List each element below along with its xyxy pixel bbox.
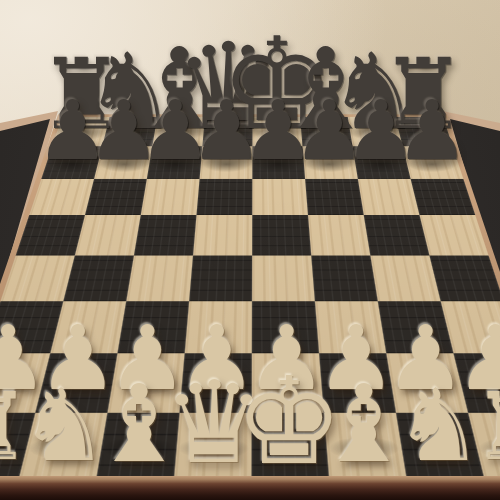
square-c5[interactable] bbox=[134, 215, 197, 256]
square-e6[interactable] bbox=[252, 179, 308, 215]
square-d5[interactable] bbox=[193, 215, 252, 256]
square-f4[interactable] bbox=[311, 256, 378, 302]
square-h6[interactable] bbox=[411, 179, 476, 215]
square-d6[interactable] bbox=[196, 179, 252, 215]
square-c6[interactable] bbox=[141, 179, 200, 215]
square-h4[interactable] bbox=[429, 256, 500, 302]
square-g5[interactable] bbox=[364, 215, 430, 256]
square-b4[interactable] bbox=[63, 256, 134, 302]
square-e5[interactable] bbox=[252, 215, 311, 256]
square-b5[interactable] bbox=[75, 215, 141, 256]
piece-white-rook-h1[interactable]: ♜ bbox=[472, 381, 500, 474]
square-d4[interactable] bbox=[189, 256, 252, 302]
square-e4[interactable] bbox=[252, 256, 315, 302]
square-f6[interactable] bbox=[305, 179, 364, 215]
chess-3d-scene: ♜♞♝♛♚♝♞♜♟♟♟♟♟♟♟♟♟♟♟♟♟♟♟♟♜♞♝♛♚♝♞♜ bbox=[0, 0, 500, 500]
square-b6[interactable] bbox=[85, 179, 147, 215]
square-h5[interactable] bbox=[419, 215, 488, 256]
square-a6[interactable] bbox=[29, 179, 94, 215]
square-g6[interactable] bbox=[358, 179, 420, 215]
square-a4[interactable] bbox=[0, 256, 74, 302]
square-a5[interactable] bbox=[16, 215, 85, 256]
square-c4[interactable] bbox=[126, 256, 193, 302]
piece-black-pawn-h7[interactable]: ♟ bbox=[395, 91, 469, 173]
square-g4[interactable] bbox=[370, 256, 440, 302]
piece-white-knight-g1[interactable]: ♞ bbox=[394, 376, 484, 476]
square-f5[interactable] bbox=[308, 215, 370, 256]
